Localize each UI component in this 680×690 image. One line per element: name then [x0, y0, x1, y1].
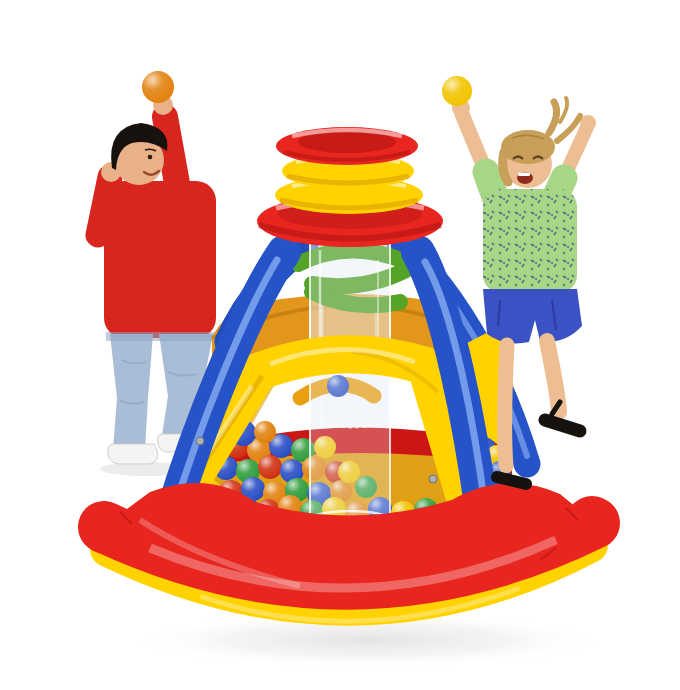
base-corner-right	[566, 496, 618, 548]
girl-shirt-pattern	[483, 189, 577, 293]
illustration-canvas	[0, 0, 680, 690]
girl-leg-left	[504, 345, 507, 466]
pit-ball-gloss	[254, 421, 276, 443]
clear-column-front	[310, 230, 390, 529]
top-red-ring	[276, 127, 418, 165]
girl-sandal-left	[497, 477, 526, 484]
base-corner-left	[80, 502, 132, 554]
product-photo	[0, 0, 680, 690]
pit-ball-gloss	[258, 455, 282, 479]
top-ring-stack	[257, 127, 443, 247]
girl-held-ball-gloss	[442, 76, 472, 106]
boy-held-ball-gloss	[142, 71, 174, 103]
